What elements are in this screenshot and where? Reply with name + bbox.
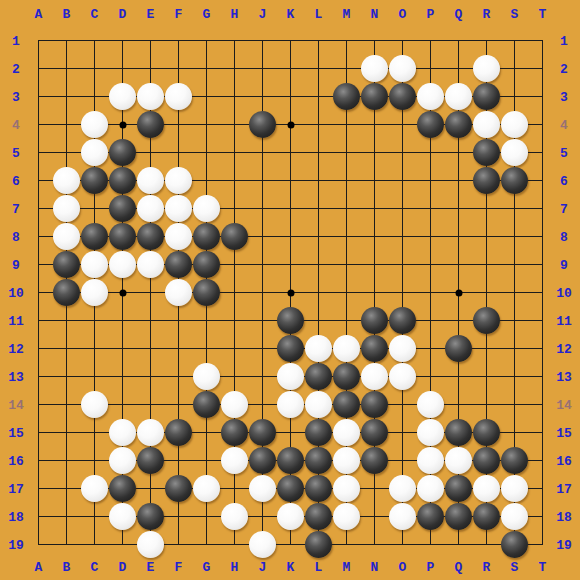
point-H13[interactable] [221, 363, 249, 391]
point-H4[interactable] [221, 111, 249, 139]
point-O16[interactable] [389, 447, 417, 475]
point-Q18[interactable] [445, 503, 473, 531]
point-Q10[interactable] [445, 279, 473, 307]
point-P4[interactable] [417, 111, 445, 139]
point-O12[interactable] [389, 335, 417, 363]
point-E16[interactable] [137, 447, 165, 475]
point-R13[interactable] [473, 363, 501, 391]
point-R6[interactable] [473, 167, 501, 195]
point-M7[interactable] [333, 195, 361, 223]
point-O5[interactable] [389, 139, 417, 167]
point-E12[interactable] [137, 335, 165, 363]
point-D8[interactable] [109, 223, 137, 251]
point-L12[interactable] [305, 335, 333, 363]
point-D5[interactable] [109, 139, 137, 167]
point-A6[interactable] [25, 167, 53, 195]
point-M9[interactable] [333, 251, 361, 279]
point-J7[interactable] [249, 195, 277, 223]
point-J17[interactable] [249, 475, 277, 503]
point-E1[interactable] [137, 27, 165, 55]
point-K13[interactable] [277, 363, 305, 391]
point-B1[interactable] [53, 27, 81, 55]
point-O2[interactable] [389, 55, 417, 83]
point-G15[interactable] [193, 419, 221, 447]
point-N9[interactable] [361, 251, 389, 279]
point-A16[interactable] [25, 447, 53, 475]
point-T19[interactable] [529, 531, 557, 559]
point-R11[interactable] [473, 307, 501, 335]
point-H9[interactable] [221, 251, 249, 279]
point-S3[interactable] [501, 83, 529, 111]
point-K18[interactable] [277, 503, 305, 531]
point-F17[interactable] [165, 475, 193, 503]
point-E3[interactable] [137, 83, 165, 111]
point-Q9[interactable] [445, 251, 473, 279]
point-C12[interactable] [81, 335, 109, 363]
point-D12[interactable] [109, 335, 137, 363]
point-G1[interactable] [193, 27, 221, 55]
point-C6[interactable] [81, 167, 109, 195]
point-L6[interactable] [305, 167, 333, 195]
point-J16[interactable] [249, 447, 277, 475]
point-P2[interactable] [417, 55, 445, 83]
point-M17[interactable] [333, 475, 361, 503]
point-R15[interactable] [473, 419, 501, 447]
point-F1[interactable] [165, 27, 193, 55]
point-B6[interactable] [53, 167, 81, 195]
point-C13[interactable] [81, 363, 109, 391]
point-N14[interactable] [361, 391, 389, 419]
point-B17[interactable] [53, 475, 81, 503]
point-E10[interactable] [137, 279, 165, 307]
point-T12[interactable] [529, 335, 557, 363]
point-A18[interactable] [25, 503, 53, 531]
point-G7[interactable] [193, 195, 221, 223]
point-S7[interactable] [501, 195, 529, 223]
point-O3[interactable] [389, 83, 417, 111]
point-N2[interactable] [361, 55, 389, 83]
point-B13[interactable] [53, 363, 81, 391]
point-M2[interactable] [333, 55, 361, 83]
point-B16[interactable] [53, 447, 81, 475]
point-M14[interactable] [333, 391, 361, 419]
point-H15[interactable] [221, 419, 249, 447]
point-H2[interactable] [221, 55, 249, 83]
point-S11[interactable] [501, 307, 529, 335]
point-K3[interactable] [277, 83, 305, 111]
point-A17[interactable] [25, 475, 53, 503]
point-J11[interactable] [249, 307, 277, 335]
point-L10[interactable] [305, 279, 333, 307]
point-S18[interactable] [501, 503, 529, 531]
point-E4[interactable] [137, 111, 165, 139]
point-T9[interactable] [529, 251, 557, 279]
point-F13[interactable] [165, 363, 193, 391]
point-D11[interactable] [109, 307, 137, 335]
point-D2[interactable] [109, 55, 137, 83]
point-J15[interactable] [249, 419, 277, 447]
point-S6[interactable] [501, 167, 529, 195]
point-K11[interactable] [277, 307, 305, 335]
point-J2[interactable] [249, 55, 277, 83]
point-C10[interactable] [81, 279, 109, 307]
point-B10[interactable] [53, 279, 81, 307]
point-Q1[interactable] [445, 27, 473, 55]
point-G16[interactable] [193, 447, 221, 475]
point-S13[interactable] [501, 363, 529, 391]
point-J4[interactable] [249, 111, 277, 139]
point-E8[interactable] [137, 223, 165, 251]
point-N4[interactable] [361, 111, 389, 139]
point-L16[interactable] [305, 447, 333, 475]
point-C15[interactable] [81, 419, 109, 447]
point-Q14[interactable] [445, 391, 473, 419]
point-P6[interactable] [417, 167, 445, 195]
point-E14[interactable] [137, 391, 165, 419]
point-G4[interactable] [193, 111, 221, 139]
point-M10[interactable] [333, 279, 361, 307]
point-N17[interactable] [361, 475, 389, 503]
point-R17[interactable] [473, 475, 501, 503]
point-B8[interactable] [53, 223, 81, 251]
point-K12[interactable] [277, 335, 305, 363]
point-N1[interactable] [361, 27, 389, 55]
point-P10[interactable] [417, 279, 445, 307]
point-K10[interactable] [277, 279, 305, 307]
point-B11[interactable] [53, 307, 81, 335]
point-H5[interactable] [221, 139, 249, 167]
point-F7[interactable] [165, 195, 193, 223]
point-P18[interactable] [417, 503, 445, 531]
point-S17[interactable] [501, 475, 529, 503]
point-R8[interactable] [473, 223, 501, 251]
point-Q16[interactable] [445, 447, 473, 475]
point-F18[interactable] [165, 503, 193, 531]
point-M16[interactable] [333, 447, 361, 475]
point-G3[interactable] [193, 83, 221, 111]
point-N8[interactable] [361, 223, 389, 251]
point-E18[interactable] [137, 503, 165, 531]
point-P17[interactable] [417, 475, 445, 503]
point-D4[interactable] [109, 111, 137, 139]
point-L3[interactable] [305, 83, 333, 111]
point-M12[interactable] [333, 335, 361, 363]
point-T17[interactable] [529, 475, 557, 503]
point-N10[interactable] [361, 279, 389, 307]
point-O7[interactable] [389, 195, 417, 223]
point-H14[interactable] [221, 391, 249, 419]
point-H10[interactable] [221, 279, 249, 307]
point-G19[interactable] [193, 531, 221, 559]
point-Q2[interactable] [445, 55, 473, 83]
point-O6[interactable] [389, 167, 417, 195]
point-D19[interactable] [109, 531, 137, 559]
point-T14[interactable] [529, 391, 557, 419]
point-P9[interactable] [417, 251, 445, 279]
point-M15[interactable] [333, 419, 361, 447]
point-B15[interactable] [53, 419, 81, 447]
point-K1[interactable] [277, 27, 305, 55]
point-B5[interactable] [53, 139, 81, 167]
point-Q3[interactable] [445, 83, 473, 111]
point-S8[interactable] [501, 223, 529, 251]
point-A15[interactable] [25, 419, 53, 447]
point-B9[interactable] [53, 251, 81, 279]
point-O8[interactable] [389, 223, 417, 251]
point-S16[interactable] [501, 447, 529, 475]
point-P3[interactable] [417, 83, 445, 111]
point-Q5[interactable] [445, 139, 473, 167]
point-A11[interactable] [25, 307, 53, 335]
point-K2[interactable] [277, 55, 305, 83]
point-C5[interactable] [81, 139, 109, 167]
point-C1[interactable] [81, 27, 109, 55]
point-T4[interactable] [529, 111, 557, 139]
point-A19[interactable] [25, 531, 53, 559]
point-A9[interactable] [25, 251, 53, 279]
point-K8[interactable] [277, 223, 305, 251]
point-R3[interactable] [473, 83, 501, 111]
point-G18[interactable] [193, 503, 221, 531]
point-O17[interactable] [389, 475, 417, 503]
point-N12[interactable] [361, 335, 389, 363]
point-H12[interactable] [221, 335, 249, 363]
point-R19[interactable] [473, 531, 501, 559]
point-T7[interactable] [529, 195, 557, 223]
point-S2[interactable] [501, 55, 529, 83]
point-T10[interactable] [529, 279, 557, 307]
point-L17[interactable] [305, 475, 333, 503]
point-J13[interactable] [249, 363, 277, 391]
point-P14[interactable] [417, 391, 445, 419]
point-F10[interactable] [165, 279, 193, 307]
point-C2[interactable] [81, 55, 109, 83]
point-D6[interactable] [109, 167, 137, 195]
point-T5[interactable] [529, 139, 557, 167]
point-C19[interactable] [81, 531, 109, 559]
point-L1[interactable] [305, 27, 333, 55]
point-A5[interactable] [25, 139, 53, 167]
point-M11[interactable] [333, 307, 361, 335]
point-N7[interactable] [361, 195, 389, 223]
point-E5[interactable] [137, 139, 165, 167]
point-M5[interactable] [333, 139, 361, 167]
point-N3[interactable] [361, 83, 389, 111]
point-N15[interactable] [361, 419, 389, 447]
point-R10[interactable] [473, 279, 501, 307]
point-B18[interactable] [53, 503, 81, 531]
point-G13[interactable] [193, 363, 221, 391]
point-H19[interactable] [221, 531, 249, 559]
point-H3[interactable] [221, 83, 249, 111]
point-O13[interactable] [389, 363, 417, 391]
point-Q6[interactable] [445, 167, 473, 195]
point-H18[interactable] [221, 503, 249, 531]
point-L5[interactable] [305, 139, 333, 167]
point-O19[interactable] [389, 531, 417, 559]
point-L19[interactable] [305, 531, 333, 559]
point-L14[interactable] [305, 391, 333, 419]
point-C11[interactable] [81, 307, 109, 335]
point-S12[interactable] [501, 335, 529, 363]
point-K5[interactable] [277, 139, 305, 167]
point-S4[interactable] [501, 111, 529, 139]
point-H7[interactable] [221, 195, 249, 223]
point-K19[interactable] [277, 531, 305, 559]
point-E13[interactable] [137, 363, 165, 391]
point-D18[interactable] [109, 503, 137, 531]
point-N13[interactable] [361, 363, 389, 391]
point-Q19[interactable] [445, 531, 473, 559]
point-L2[interactable] [305, 55, 333, 83]
point-P15[interactable] [417, 419, 445, 447]
point-C14[interactable] [81, 391, 109, 419]
point-R16[interactable] [473, 447, 501, 475]
point-N19[interactable] [361, 531, 389, 559]
point-Q17[interactable] [445, 475, 473, 503]
point-N6[interactable] [361, 167, 389, 195]
point-G6[interactable] [193, 167, 221, 195]
point-G2[interactable] [193, 55, 221, 83]
point-F2[interactable] [165, 55, 193, 83]
point-M13[interactable] [333, 363, 361, 391]
point-K4[interactable] [277, 111, 305, 139]
point-P5[interactable] [417, 139, 445, 167]
point-G12[interactable] [193, 335, 221, 363]
point-L7[interactable] [305, 195, 333, 223]
point-M1[interactable] [333, 27, 361, 55]
point-F14[interactable] [165, 391, 193, 419]
point-Q7[interactable] [445, 195, 473, 223]
point-C17[interactable] [81, 475, 109, 503]
point-O4[interactable] [389, 111, 417, 139]
point-D1[interactable] [109, 27, 137, 55]
point-P11[interactable] [417, 307, 445, 335]
point-S14[interactable] [501, 391, 529, 419]
point-L15[interactable] [305, 419, 333, 447]
point-T18[interactable] [529, 503, 557, 531]
point-R12[interactable] [473, 335, 501, 363]
point-N16[interactable] [361, 447, 389, 475]
point-O11[interactable] [389, 307, 417, 335]
point-C9[interactable] [81, 251, 109, 279]
point-T15[interactable] [529, 419, 557, 447]
point-O1[interactable] [389, 27, 417, 55]
point-A2[interactable] [25, 55, 53, 83]
point-F4[interactable] [165, 111, 193, 139]
point-P1[interactable] [417, 27, 445, 55]
point-F15[interactable] [165, 419, 193, 447]
point-J12[interactable] [249, 335, 277, 363]
point-B2[interactable] [53, 55, 81, 83]
point-G5[interactable] [193, 139, 221, 167]
point-B3[interactable] [53, 83, 81, 111]
point-O14[interactable] [389, 391, 417, 419]
point-Q13[interactable] [445, 363, 473, 391]
point-F5[interactable] [165, 139, 193, 167]
point-Q15[interactable] [445, 419, 473, 447]
point-M6[interactable] [333, 167, 361, 195]
point-F11[interactable] [165, 307, 193, 335]
point-F8[interactable] [165, 223, 193, 251]
point-D16[interactable] [109, 447, 137, 475]
point-K6[interactable] [277, 167, 305, 195]
point-P16[interactable] [417, 447, 445, 475]
point-T2[interactable] [529, 55, 557, 83]
point-J3[interactable] [249, 83, 277, 111]
point-E2[interactable] [137, 55, 165, 83]
point-C8[interactable] [81, 223, 109, 251]
point-E6[interactable] [137, 167, 165, 195]
point-J18[interactable] [249, 503, 277, 531]
point-N11[interactable] [361, 307, 389, 335]
point-J19[interactable] [249, 531, 277, 559]
point-L4[interactable] [305, 111, 333, 139]
point-Q4[interactable] [445, 111, 473, 139]
point-T1[interactable] [529, 27, 557, 55]
point-E15[interactable] [137, 419, 165, 447]
point-K15[interactable] [277, 419, 305, 447]
point-P19[interactable] [417, 531, 445, 559]
point-T13[interactable] [529, 363, 557, 391]
point-R18[interactable] [473, 503, 501, 531]
point-B4[interactable] [53, 111, 81, 139]
point-R9[interactable] [473, 251, 501, 279]
point-R2[interactable] [473, 55, 501, 83]
point-A10[interactable] [25, 279, 53, 307]
point-J14[interactable] [249, 391, 277, 419]
point-D9[interactable] [109, 251, 137, 279]
point-S15[interactable] [501, 419, 529, 447]
point-D3[interactable] [109, 83, 137, 111]
point-L13[interactable] [305, 363, 333, 391]
point-L11[interactable] [305, 307, 333, 335]
point-A7[interactable] [25, 195, 53, 223]
point-P7[interactable] [417, 195, 445, 223]
point-C18[interactable] [81, 503, 109, 531]
point-J8[interactable] [249, 223, 277, 251]
point-J1[interactable] [249, 27, 277, 55]
point-A14[interactable] [25, 391, 53, 419]
point-R4[interactable] [473, 111, 501, 139]
point-C4[interactable] [81, 111, 109, 139]
point-S9[interactable] [501, 251, 529, 279]
point-J5[interactable] [249, 139, 277, 167]
point-A13[interactable] [25, 363, 53, 391]
point-B12[interactable] [53, 335, 81, 363]
point-A4[interactable] [25, 111, 53, 139]
point-T6[interactable] [529, 167, 557, 195]
point-S5[interactable] [501, 139, 529, 167]
point-E19[interactable] [137, 531, 165, 559]
point-Q11[interactable] [445, 307, 473, 335]
point-E11[interactable] [137, 307, 165, 335]
point-T8[interactable] [529, 223, 557, 251]
point-F3[interactable] [165, 83, 193, 111]
point-J6[interactable] [249, 167, 277, 195]
point-C7[interactable] [81, 195, 109, 223]
point-H1[interactable] [221, 27, 249, 55]
point-C16[interactable] [81, 447, 109, 475]
point-H6[interactable] [221, 167, 249, 195]
point-D14[interactable] [109, 391, 137, 419]
point-S10[interactable] [501, 279, 529, 307]
point-E17[interactable] [137, 475, 165, 503]
point-N5[interactable] [361, 139, 389, 167]
point-G11[interactable] [193, 307, 221, 335]
point-M18[interactable] [333, 503, 361, 531]
point-O10[interactable] [389, 279, 417, 307]
